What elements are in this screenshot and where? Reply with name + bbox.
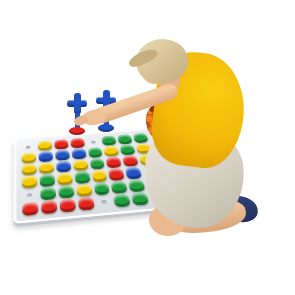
board-cell bbox=[73, 171, 91, 184]
peg-green bbox=[40, 187, 56, 200]
board-cell bbox=[105, 157, 123, 169]
board-cell bbox=[37, 151, 54, 163]
peg-green bbox=[58, 185, 74, 198]
peg-yellow bbox=[38, 140, 52, 151]
peg-red bbox=[108, 169, 125, 181]
board-cell bbox=[53, 139, 69, 150]
peg-yellow bbox=[57, 173, 73, 185]
jack-bar-v bbox=[74, 93, 81, 114]
peg-blue bbox=[71, 148, 86, 159]
peg-blue bbox=[125, 167, 142, 179]
peg-green bbox=[74, 171, 90, 183]
peg-green bbox=[128, 179, 146, 192]
peg-yellow bbox=[39, 162, 54, 174]
board-cell bbox=[21, 188, 39, 202]
board-cell bbox=[130, 192, 150, 206]
peg-yellow bbox=[22, 152, 36, 163]
empty-hole bbox=[27, 194, 32, 198]
board-cell bbox=[57, 185, 75, 199]
peg-red bbox=[54, 139, 69, 150]
peg-yellow bbox=[104, 146, 120, 157]
board-cell bbox=[107, 168, 126, 181]
board-cell bbox=[54, 150, 71, 162]
peg-red bbox=[77, 197, 94, 211]
board-cell bbox=[127, 179, 147, 193]
board-cell bbox=[88, 158, 106, 170]
board-cell bbox=[58, 199, 77, 214]
board-cell bbox=[38, 162, 55, 175]
peg-red bbox=[106, 157, 122, 169]
board-cell bbox=[39, 187, 57, 201]
board-cell bbox=[56, 173, 74, 186]
peg-green bbox=[102, 135, 117, 145]
board-cell bbox=[75, 184, 94, 198]
board-cell bbox=[103, 146, 121, 158]
empty-hole bbox=[101, 200, 106, 204]
board-cell bbox=[85, 137, 102, 148]
peg-green bbox=[113, 194, 131, 208]
peg-red bbox=[22, 202, 38, 216]
peg-green bbox=[131, 192, 149, 206]
peg-blue bbox=[38, 151, 53, 162]
board-cell bbox=[90, 170, 108, 183]
board-cell bbox=[76, 197, 95, 212]
peg-green bbox=[120, 145, 136, 156]
peg-yellow bbox=[91, 170, 107, 182]
board-cell bbox=[37, 140, 53, 151]
board-cell bbox=[132, 133, 150, 144]
peg-red bbox=[41, 200, 57, 214]
board-cell bbox=[21, 164, 38, 177]
peg-blue bbox=[56, 161, 71, 173]
board-cell bbox=[21, 202, 39, 217]
board-cell bbox=[72, 160, 90, 173]
board-cell bbox=[55, 161, 72, 174]
peg-red bbox=[122, 156, 139, 168]
peg-red bbox=[59, 199, 76, 213]
board-cell bbox=[21, 176, 38, 189]
board-cell bbox=[40, 200, 58, 215]
peg-green bbox=[93, 182, 110, 195]
board-cell bbox=[119, 144, 137, 156]
peg-yellow bbox=[22, 176, 37, 189]
peg-yellow bbox=[73, 160, 89, 172]
peg-green bbox=[133, 133, 149, 143]
board-cell bbox=[21, 152, 37, 164]
peg-green bbox=[87, 147, 103, 158]
board-cell bbox=[69, 138, 86, 149]
board-cell bbox=[94, 195, 114, 210]
peg-green bbox=[117, 134, 133, 144]
board-cell bbox=[116, 134, 133, 145]
peg-green bbox=[39, 174, 55, 187]
peg-green bbox=[89, 158, 105, 170]
board-cell bbox=[101, 135, 118, 146]
peg-yellow bbox=[22, 164, 37, 176]
jack-ring bbox=[69, 127, 85, 135]
empty-hole bbox=[91, 141, 96, 144]
peg-yellow bbox=[76, 184, 93, 197]
board-cell bbox=[92, 182, 111, 196]
board-cell bbox=[70, 148, 87, 160]
board-cell bbox=[21, 142, 37, 154]
empty-hole bbox=[26, 146, 30, 149]
board-cell bbox=[124, 167, 143, 180]
photo-child-playing-pegboard bbox=[0, 0, 295, 295]
board-cell bbox=[87, 147, 104, 159]
board-cell bbox=[110, 181, 129, 195]
board-cell bbox=[121, 155, 140, 167]
board-cell bbox=[39, 174, 56, 187]
peg-green bbox=[111, 181, 128, 194]
board-cell bbox=[112, 194, 132, 209]
peg-red bbox=[70, 138, 85, 149]
jack-ring bbox=[98, 124, 114, 132]
peg-blue bbox=[55, 150, 70, 161]
